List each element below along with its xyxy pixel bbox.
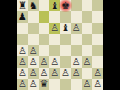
- white-pawn-g1[interactable]: ♙: [82, 79, 91, 89]
- square-g4[interactable]: [82, 45, 93, 56]
- square-h1[interactable]: ♙: [92, 79, 103, 90]
- square-g1[interactable]: ♙: [82, 79, 93, 90]
- square-e7[interactable]: [60, 11, 71, 22]
- square-d4[interactable]: [49, 45, 60, 56]
- square-g8[interactable]: [82, 0, 93, 11]
- white-pawn-a4[interactable]: ♙: [18, 46, 27, 56]
- square-b3[interactable]: ♙: [28, 56, 39, 67]
- white-pawn-f6[interactable]: ♙: [72, 23, 81, 33]
- square-f2[interactable]: ♙: [71, 68, 82, 79]
- square-d7[interactable]: [49, 11, 60, 22]
- square-f6[interactable]: ♙: [71, 23, 82, 34]
- square-c1[interactable]: ♛: [39, 79, 50, 90]
- white-pawn-g3[interactable]: ♙: [82, 57, 91, 67]
- square-c5[interactable]: [39, 34, 50, 45]
- white-pawn-d2[interactable]: ♙: [50, 68, 59, 78]
- square-h3[interactable]: [92, 56, 103, 67]
- white-pawn-f2[interactable]: ♙: [72, 68, 81, 78]
- square-b6[interactable]: [28, 23, 39, 34]
- square-h8[interactable]: [92, 0, 103, 11]
- square-e2[interactable]: ♙: [60, 68, 71, 79]
- white-pawn-h1[interactable]: ♙: [93, 79, 102, 89]
- game-screen: ♜♞♝♚♟♙♝♙♙♙♙♙♙♙♙♙♙♙♙♙♙♙♙♙♙♛♙♙: [0, 0, 120, 90]
- white-pawn-c2[interactable]: ♙: [39, 68, 48, 78]
- square-h7[interactable]: [92, 11, 103, 22]
- black-knight-b8[interactable]: ♞: [29, 1, 38, 11]
- square-b4[interactable]: ♙: [28, 45, 39, 56]
- white-pawn-d3[interactable]: ♙: [50, 57, 59, 67]
- square-g5[interactable]: [82, 34, 93, 45]
- square-f7[interactable]: [71, 11, 82, 22]
- square-e5[interactable]: [60, 34, 71, 45]
- black-bishop-e6[interactable]: ♝: [61, 23, 70, 33]
- square-h6[interactable]: [92, 23, 103, 34]
- square-a4[interactable]: ♙: [17, 45, 28, 56]
- square-f4[interactable]: [71, 45, 82, 56]
- white-pawn-c3[interactable]: ♙: [39, 57, 48, 67]
- chess-board[interactable]: ♜♞♝♚♟♙♝♙♙♙♙♙♙♙♙♙♙♙♙♙♙♙♙♙♙♛♙♙: [17, 0, 103, 90]
- square-h4[interactable]: [92, 45, 103, 56]
- square-e4[interactable]: [60, 45, 71, 56]
- square-e8[interactable]: ♚: [60, 0, 71, 11]
- square-e1[interactable]: [60, 79, 71, 90]
- square-a5[interactable]: [17, 34, 28, 45]
- square-d2[interactable]: ♙: [49, 68, 60, 79]
- square-g7[interactable]: [82, 11, 93, 22]
- square-d3[interactable]: ♙: [49, 56, 60, 67]
- square-f1[interactable]: [71, 79, 82, 90]
- white-pawn-b3[interactable]: ♙: [29, 57, 38, 67]
- square-a8[interactable]: ♜: [17, 0, 28, 11]
- square-d6[interactable]: ♙: [49, 23, 60, 34]
- square-c6[interactable]: [39, 23, 50, 34]
- square-a7[interactable]: ♟: [17, 11, 28, 22]
- white-pawn-b1[interactable]: ♙: [29, 79, 38, 89]
- square-c4[interactable]: [39, 45, 50, 56]
- white-pawn-a3[interactable]: ♙: [18, 57, 27, 67]
- square-f3[interactable]: ♙: [71, 56, 82, 67]
- square-a1[interactable]: ♙: [17, 79, 28, 90]
- square-e6[interactable]: ♝: [60, 23, 71, 34]
- black-rook-a8[interactable]: ♜: [18, 1, 27, 11]
- white-pawn-a1[interactable]: ♙: [18, 79, 27, 89]
- white-pawn-f3[interactable]: ♙: [72, 57, 81, 67]
- white-pawn-d6[interactable]: ♙: [50, 23, 59, 33]
- square-f5[interactable]: [71, 34, 82, 45]
- white-pawn-b2[interactable]: ♙: [29, 68, 38, 78]
- square-b1[interactable]: ♙: [28, 79, 39, 90]
- white-pawn-h2[interactable]: ♙: [93, 68, 102, 78]
- square-c8[interactable]: [39, 0, 50, 11]
- square-a3[interactable]: ♙: [17, 56, 28, 67]
- square-c3[interactable]: ♙: [39, 56, 50, 67]
- square-d5[interactable]: [49, 34, 60, 45]
- square-b8[interactable]: ♞: [28, 0, 39, 11]
- white-pawn-a2[interactable]: ♙: [18, 68, 27, 78]
- black-queen-c1[interactable]: ♛: [39, 79, 48, 89]
- white-pawn-b4[interactable]: ♙: [29, 46, 38, 56]
- white-pawn-e2[interactable]: ♙: [61, 68, 70, 78]
- black-pawn-a7[interactable]: ♟: [18, 12, 27, 22]
- square-e3[interactable]: [60, 56, 71, 67]
- square-g6[interactable]: [82, 23, 93, 34]
- square-b7[interactable]: [28, 11, 39, 22]
- square-d8[interactable]: ♝: [49, 0, 60, 11]
- square-f8[interactable]: [71, 0, 82, 11]
- black-king-e8[interactable]: ♚: [61, 1, 70, 11]
- square-b5[interactable]: [28, 34, 39, 45]
- square-d1[interactable]: [49, 79, 60, 90]
- square-g3[interactable]: ♙: [82, 56, 93, 67]
- square-a6[interactable]: [17, 23, 28, 34]
- square-c7[interactable]: [39, 11, 50, 22]
- black-bishop-d8[interactable]: ♝: [50, 1, 59, 11]
- square-h5[interactable]: [92, 34, 103, 45]
